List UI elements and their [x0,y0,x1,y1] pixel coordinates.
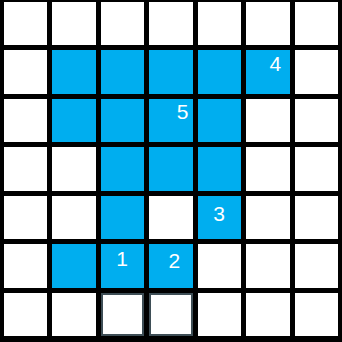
cell-r2c3[interactable]: 5 [149,99,192,142]
cell-r2c0[interactable] [4,99,47,142]
cell-r3c2[interactable] [101,147,144,190]
cell-r6c5[interactable] [246,293,289,336]
cell-r0c3[interactable] [149,2,192,45]
cell-r2c4[interactable] [198,99,241,142]
cell-r3c4[interactable] [198,147,241,190]
cell-number: 3 [213,203,225,224]
cell-r1c0[interactable] [4,50,47,93]
cell-r6c0[interactable] [4,293,47,336]
cell-r4c0[interactable] [4,196,47,239]
cell-r0c6[interactable] [295,2,338,45]
cell-r2c2[interactable] [101,99,144,142]
cell-r6c2[interactable] [101,293,144,336]
cell-r1c2[interactable] [101,50,144,93]
cell-r1c5[interactable]: 4 [246,50,289,93]
cell-r5c1[interactable] [52,244,95,287]
cell-r3c3[interactable] [149,147,192,190]
cell-r3c0[interactable] [4,147,47,190]
cell-r1c4[interactable] [198,50,241,93]
cell-r5c4[interactable] [198,244,241,287]
cell-number: 4 [269,52,281,73]
cell-r2c5[interactable] [246,99,289,142]
cell-number: 2 [169,249,181,270]
cell-r5c2[interactable]: 1 [101,244,144,287]
cell-r0c0[interactable] [4,2,47,45]
cell-r6c6[interactable] [295,293,338,336]
cell-r0c1[interactable] [52,2,95,45]
cell-r3c6[interactable] [295,147,338,190]
cell-r2c6[interactable] [295,99,338,142]
cell-r1c1[interactable] [52,50,95,93]
cell-r4c1[interactable] [52,196,95,239]
cell-r1c3[interactable] [149,50,192,93]
cell-r5c6[interactable] [295,244,338,287]
cell-r2c1[interactable] [52,99,95,142]
cell-r6c4[interactable] [198,293,241,336]
cell-r4c3[interactable] [149,196,192,239]
cell-r4c2[interactable] [101,196,144,239]
cell-r4c5[interactable] [246,196,289,239]
cell-r0c4[interactable] [198,2,241,45]
cell-r4c4[interactable]: 3 [198,196,241,239]
cell-r5c5[interactable] [246,244,289,287]
cell-r3c5[interactable] [246,147,289,190]
cell-r1c6[interactable] [295,50,338,93]
cell-r6c1[interactable] [52,293,95,336]
puzzle-board: 45312 [0,0,342,342]
cell-r6c3[interactable] [149,293,192,336]
cell-r3c1[interactable] [52,147,95,190]
cell-number: 5 [177,100,189,121]
cell-r4c6[interactable] [295,196,338,239]
cell-r0c2[interactable] [101,2,144,45]
cell-r5c0[interactable] [4,244,47,287]
cell-number: 1 [116,248,128,269]
cell-r0c5[interactable] [246,2,289,45]
cell-r5c3[interactable]: 2 [149,244,192,287]
